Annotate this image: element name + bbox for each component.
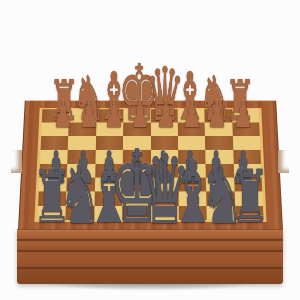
- chess-piece-copper-pawn: ♟: [104, 96, 124, 133]
- chess-piece-silver-rook: ♜: [230, 161, 269, 234]
- chess-piece-copper-pawn: ♟: [156, 96, 176, 133]
- chess-piece-copper-pawn: ♟: [182, 96, 202, 133]
- chess-piece-copper-pawn: ♟: [130, 96, 150, 133]
- chess-piece-copper-pawn: ♟: [53, 96, 73, 133]
- product-photo: ♜♞♝♚♛♝♞♜♟♟♟♟♟♟♟♟♟♟♟♟♟♟♟♟♜♞♝♚♛♝♞♜: [0, 0, 300, 300]
- pieces-layer: ♜♞♝♚♛♝♞♜♟♟♟♟♟♟♟♟♟♟♟♟♟♟♟♟♜♞♝♚♛♝♞♜: [0, 0, 300, 300]
- chess-piece-copper-pawn: ♟: [233, 96, 253, 133]
- chess-piece-copper-pawn: ♟: [207, 96, 227, 133]
- chess-piece-copper-pawn: ♟: [79, 96, 99, 133]
